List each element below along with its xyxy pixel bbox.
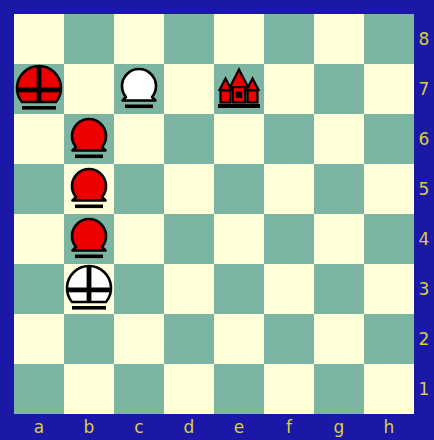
piece-red-quartered-dome[interactable]	[14, 64, 64, 114]
square-d4[interactable]	[164, 214, 214, 264]
square-e6[interactable]	[214, 114, 264, 164]
square-c8[interactable]	[114, 14, 164, 64]
square-a1[interactable]	[14, 364, 64, 414]
square-c5[interactable]	[114, 164, 164, 214]
file-labels: abcdefgh	[14, 414, 414, 440]
square-g5[interactable]	[314, 164, 364, 214]
square-b1[interactable]	[64, 364, 114, 414]
piece-red-dome[interactable]	[64, 214, 114, 264]
square-e4[interactable]	[214, 214, 264, 264]
square-b4[interactable]	[64, 214, 114, 264]
square-b6[interactable]	[64, 114, 114, 164]
square-h4[interactable]	[364, 214, 414, 264]
square-h3[interactable]	[364, 264, 414, 314]
square-a5[interactable]	[14, 164, 64, 214]
rank-label-2: 2	[414, 314, 434, 364]
square-d3[interactable]	[164, 264, 214, 314]
square-g7[interactable]	[314, 64, 364, 114]
square-c6[interactable]	[114, 114, 164, 164]
square-a3[interactable]	[14, 264, 64, 314]
file-label-c: c	[114, 414, 164, 440]
square-e1[interactable]	[214, 364, 264, 414]
rank-label-5: 5	[414, 164, 434, 214]
square-b5[interactable]	[64, 164, 114, 214]
file-label-e: e	[214, 414, 264, 440]
square-d2[interactable]	[164, 314, 214, 364]
square-h1[interactable]	[364, 364, 414, 414]
square-a8[interactable]	[14, 14, 64, 64]
rank-label-7: 7	[414, 64, 434, 114]
square-h5[interactable]	[364, 164, 414, 214]
file-label-h: h	[364, 414, 414, 440]
square-d1[interactable]	[164, 364, 214, 414]
rank-label-8: 8	[414, 14, 434, 64]
square-g8[interactable]	[314, 14, 364, 64]
square-h8[interactable]	[364, 14, 414, 64]
file-label-g: g	[314, 414, 364, 440]
square-h2[interactable]	[364, 314, 414, 364]
square-c3[interactable]	[114, 264, 164, 314]
square-b8[interactable]	[64, 14, 114, 64]
square-f3[interactable]	[264, 264, 314, 314]
file-label-f: f	[264, 414, 314, 440]
rank-label-1: 1	[414, 364, 434, 414]
rank-label-3: 3	[414, 264, 434, 314]
square-a7[interactable]	[14, 64, 64, 114]
square-c7[interactable]	[114, 64, 164, 114]
square-d6[interactable]	[164, 114, 214, 164]
square-d8[interactable]	[164, 14, 214, 64]
file-label-a: a	[14, 414, 64, 440]
piece-white-quartered-dome[interactable]	[64, 264, 114, 314]
square-g4[interactable]	[314, 214, 364, 264]
board	[14, 14, 414, 414]
file-label-d: d	[164, 414, 214, 440]
square-h7[interactable]	[364, 64, 414, 114]
square-e7[interactable]	[214, 64, 264, 114]
piece-white-dome[interactable]	[114, 64, 164, 114]
square-f4[interactable]	[264, 214, 314, 264]
square-a2[interactable]	[14, 314, 64, 364]
square-a4[interactable]	[14, 214, 64, 264]
piece-red-dome[interactable]	[64, 164, 114, 214]
square-f6[interactable]	[264, 114, 314, 164]
square-h6[interactable]	[364, 114, 414, 164]
square-d5[interactable]	[164, 164, 214, 214]
file-label-b: b	[64, 414, 114, 440]
piece-red-dome[interactable]	[64, 114, 114, 164]
square-f7[interactable]	[264, 64, 314, 114]
square-g2[interactable]	[314, 314, 364, 364]
board-frame: 87654321 abcdefgh	[0, 0, 434, 440]
square-e5[interactable]	[214, 164, 264, 214]
rank-label-6: 6	[414, 114, 434, 164]
square-e3[interactable]	[214, 264, 264, 314]
square-g6[interactable]	[314, 114, 364, 164]
square-d7[interactable]	[164, 64, 214, 114]
rank-label-4: 4	[414, 214, 434, 264]
square-f2[interactable]	[264, 314, 314, 364]
square-g1[interactable]	[314, 364, 364, 414]
piece-red-castle[interactable]	[214, 64, 264, 114]
square-f5[interactable]	[264, 164, 314, 214]
square-b7[interactable]	[64, 64, 114, 114]
square-b3[interactable]	[64, 264, 114, 314]
rank-labels: 87654321	[414, 14, 434, 414]
square-c2[interactable]	[114, 314, 164, 364]
square-b2[interactable]	[64, 314, 114, 364]
square-c1[interactable]	[114, 364, 164, 414]
square-e8[interactable]	[214, 14, 264, 64]
square-g3[interactable]	[314, 264, 364, 314]
square-c4[interactable]	[114, 214, 164, 264]
square-f1[interactable]	[264, 364, 314, 414]
square-a6[interactable]	[14, 114, 64, 164]
square-f8[interactable]	[264, 14, 314, 64]
square-e2[interactable]	[214, 314, 264, 364]
